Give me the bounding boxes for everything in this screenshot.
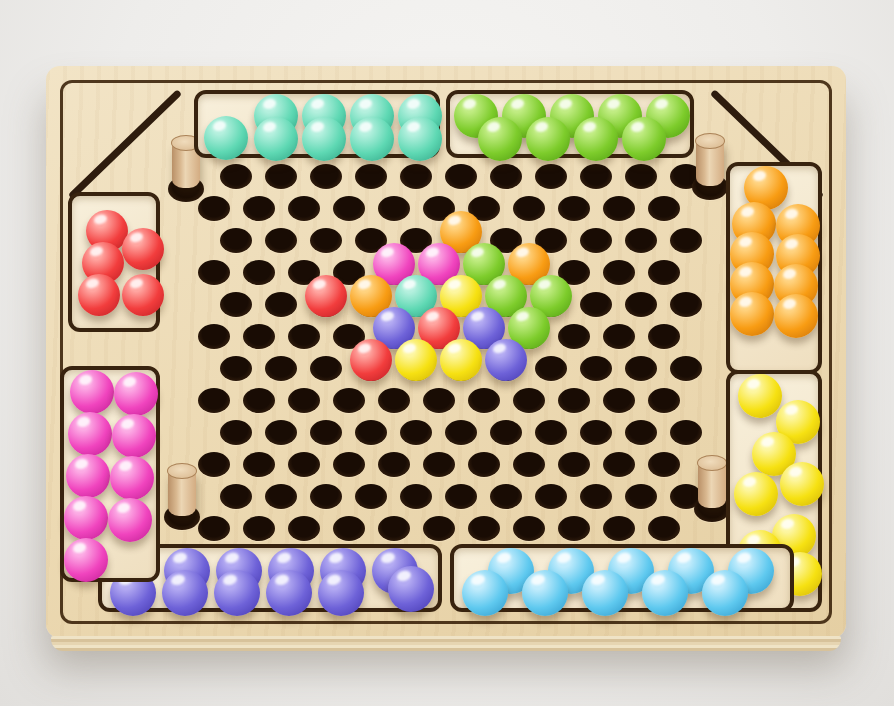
- board-hole[interactable]: [625, 484, 657, 509]
- board-hole[interactable]: [265, 356, 297, 381]
- board-hole[interactable]: [513, 196, 545, 221]
- board-hole[interactable]: [220, 292, 252, 317]
- board-hole[interactable]: [580, 228, 612, 253]
- board-hole[interactable]: [265, 484, 297, 509]
- board-hole[interactable]: [535, 164, 567, 189]
- bead-purple[interactable]: [388, 566, 434, 612]
- bead-purple[interactable]: [318, 570, 364, 616]
- board-hole[interactable]: [400, 484, 432, 509]
- bead-yellow[interactable]: [440, 339, 482, 381]
- board-hole[interactable]: [220, 420, 252, 445]
- board-hole[interactable]: [468, 516, 500, 541]
- bead-green[interactable]: [574, 117, 618, 161]
- wooden-peg-bottom-left: [168, 470, 196, 516]
- board-hole[interactable]: [513, 388, 545, 413]
- board-hole[interactable]: [558, 324, 590, 349]
- bead-pink[interactable]: [110, 456, 154, 500]
- board-hole[interactable]: [490, 484, 522, 509]
- board-hole[interactable]: [490, 164, 522, 189]
- board-hole[interactable]: [355, 420, 387, 445]
- board-hole[interactable]: [288, 452, 320, 477]
- bead-green[interactable]: [622, 117, 666, 161]
- board-hole[interactable]: [558, 452, 590, 477]
- board-hole[interactable]: [603, 324, 635, 349]
- board-hole[interactable]: [265, 420, 297, 445]
- bead-mint[interactable]: [398, 117, 442, 161]
- board-hole[interactable]: [648, 196, 680, 221]
- bead-purple[interactable]: [214, 570, 260, 616]
- board-hole[interactable]: [603, 196, 635, 221]
- board-hole[interactable]: [243, 324, 275, 349]
- board-hole[interactable]: [580, 420, 612, 445]
- board-hole[interactable]: [198, 324, 230, 349]
- board-hole[interactable]: [243, 196, 275, 221]
- board-hole[interactable]: [423, 452, 455, 477]
- board-hole[interactable]: [288, 388, 320, 413]
- board-hole[interactable]: [423, 516, 455, 541]
- bead-mint[interactable]: [350, 117, 394, 161]
- board-hole[interactable]: [198, 260, 230, 285]
- board-hole[interactable]: [378, 388, 410, 413]
- board-hole[interactable]: [670, 228, 702, 253]
- board-hole[interactable]: [333, 196, 365, 221]
- bead-pink[interactable]: [64, 496, 108, 540]
- board-hole[interactable]: [378, 516, 410, 541]
- board-hole[interactable]: [243, 260, 275, 285]
- board-hole[interactable]: [603, 452, 635, 477]
- board-hole[interactable]: [220, 356, 252, 381]
- board-hole[interactable]: [310, 356, 342, 381]
- board-hole[interactable]: [535, 356, 567, 381]
- board-hole[interactable]: [265, 228, 297, 253]
- board-hole[interactable]: [378, 452, 410, 477]
- board-hole[interactable]: [310, 164, 342, 189]
- board-hole[interactable]: [648, 260, 680, 285]
- board-hole[interactable]: [400, 164, 432, 189]
- board-hole[interactable]: [535, 484, 567, 509]
- board-hole[interactable]: [648, 452, 680, 477]
- bead-sky[interactable]: [582, 570, 628, 616]
- bead-sky[interactable]: [642, 570, 688, 616]
- bead-tray-bottom-right: [450, 544, 794, 612]
- board-hole[interactable]: [558, 388, 590, 413]
- board-hole[interactable]: [625, 164, 657, 189]
- bead-yellow[interactable]: [395, 339, 437, 381]
- board-hole[interactable]: [288, 196, 320, 221]
- bead-mint[interactable]: [204, 116, 248, 160]
- board-hole[interactable]: [333, 516, 365, 541]
- bead-pink[interactable]: [66, 454, 110, 498]
- board-hole[interactable]: [243, 388, 275, 413]
- board-hole[interactable]: [310, 420, 342, 445]
- game-board: [46, 66, 846, 638]
- bead-tray-top-left: [194, 90, 440, 158]
- board-hole[interactable]: [468, 452, 500, 477]
- board-hole[interactable]: [445, 164, 477, 189]
- bead-mint[interactable]: [254, 117, 298, 161]
- wooden-peg-bottom-right: [698, 462, 726, 508]
- bead-sky[interactable]: [522, 570, 568, 616]
- board-hole[interactable]: [558, 196, 590, 221]
- board-hole[interactable]: [198, 196, 230, 221]
- bead-yellow[interactable]: [734, 472, 778, 516]
- bead-pink[interactable]: [108, 498, 152, 542]
- board-hole[interactable]: [333, 452, 365, 477]
- wooden-peg-top-right: [696, 140, 724, 186]
- board-hole[interactable]: [625, 292, 657, 317]
- board-hole[interactable]: [580, 164, 612, 189]
- bead-sky[interactable]: [702, 570, 748, 616]
- board-hole[interactable]: [288, 324, 320, 349]
- board-hole[interactable]: [625, 420, 657, 445]
- board-hole[interactable]: [310, 484, 342, 509]
- board-hole[interactable]: [445, 420, 477, 445]
- board-hole[interactable]: [220, 228, 252, 253]
- board-hole[interactable]: [580, 292, 612, 317]
- bead-purple[interactable]: [162, 570, 208, 616]
- bead-pink[interactable]: [70, 370, 114, 414]
- board-hole[interactable]: [198, 452, 230, 477]
- board-hole[interactable]: [580, 356, 612, 381]
- bead-tray-left-top: [68, 192, 160, 332]
- board-hole[interactable]: [580, 484, 612, 509]
- board-hole[interactable]: [625, 228, 657, 253]
- bead-tray-top-right: [446, 90, 694, 158]
- bead-red[interactable]: [78, 274, 120, 316]
- bead-pink[interactable]: [114, 372, 158, 416]
- board-hole[interactable]: [288, 516, 320, 541]
- bead-red[interactable]: [122, 274, 164, 316]
- board-hole[interactable]: [400, 420, 432, 445]
- board-hole[interactable]: [220, 164, 252, 189]
- board-hole[interactable]: [490, 420, 522, 445]
- photo-scene: [0, 0, 894, 706]
- board-hole[interactable]: [648, 388, 680, 413]
- board-hole[interactable]: [558, 516, 590, 541]
- bead-purple[interactable]: [266, 570, 312, 616]
- board-hole[interactable]: [648, 516, 680, 541]
- board-hole[interactable]: [603, 260, 635, 285]
- board-hole[interactable]: [198, 516, 230, 541]
- board-hole[interactable]: [355, 484, 387, 509]
- board-hole[interactable]: [468, 388, 500, 413]
- board-hole[interactable]: [670, 420, 702, 445]
- bead-red[interactable]: [305, 275, 347, 317]
- board-hole[interactable]: [220, 484, 252, 509]
- bead-pink[interactable]: [68, 412, 112, 456]
- board-hole[interactable]: [603, 388, 635, 413]
- board-hole[interactable]: [198, 388, 230, 413]
- board-hole[interactable]: [625, 356, 657, 381]
- board-hole[interactable]: [243, 516, 275, 541]
- board-hole[interactable]: [243, 452, 275, 477]
- bead-yellow[interactable]: [738, 374, 782, 418]
- bead-red[interactable]: [122, 228, 164, 270]
- board-hole[interactable]: [513, 516, 545, 541]
- board-hole[interactable]: [445, 484, 477, 509]
- board-hole[interactable]: [265, 292, 297, 317]
- board-hole[interactable]: [423, 388, 455, 413]
- board-hole[interactable]: [670, 356, 702, 381]
- board-hole[interactable]: [378, 196, 410, 221]
- board-hole[interactable]: [355, 164, 387, 189]
- board-hole[interactable]: [670, 292, 702, 317]
- bead-yellow[interactable]: [780, 462, 824, 506]
- bead-pink[interactable]: [112, 414, 156, 458]
- bead-green[interactable]: [526, 117, 570, 161]
- bead-tray-right-top: [726, 162, 822, 374]
- board-hole[interactable]: [333, 388, 365, 413]
- bead-red[interactable]: [350, 339, 392, 381]
- bead-pink[interactable]: [64, 538, 108, 582]
- bead-orange[interactable]: [774, 294, 818, 338]
- board-hole[interactable]: [603, 516, 635, 541]
- board-hole[interactable]: [535, 420, 567, 445]
- board-hole[interactable]: [310, 228, 342, 253]
- bead-purple[interactable]: [485, 339, 527, 381]
- board-plywood-edge: [51, 636, 841, 651]
- board-hole[interactable]: [648, 324, 680, 349]
- board-hole[interactable]: [265, 164, 297, 189]
- bead-sky[interactable]: [462, 570, 508, 616]
- bead-mint[interactable]: [302, 117, 346, 161]
- board-hole[interactable]: [513, 452, 545, 477]
- bead-green[interactable]: [478, 117, 522, 161]
- bead-orange[interactable]: [730, 292, 774, 336]
- bead-tray-left-bottom: [60, 366, 160, 582]
